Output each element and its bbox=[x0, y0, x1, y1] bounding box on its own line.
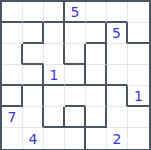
cell-r4c3[interactable]: 1 bbox=[44, 65, 65, 86]
given-digit: 5 bbox=[71, 5, 80, 19]
cell-r5c1[interactable] bbox=[2, 86, 23, 107]
cell-r3c3[interactable] bbox=[44, 44, 65, 65]
given-digit: 1 bbox=[50, 68, 59, 82]
cell-r4c2[interactable] bbox=[23, 65, 44, 86]
cell-r4c6[interactable] bbox=[107, 65, 128, 86]
cell-r6c3[interactable] bbox=[44, 107, 65, 128]
cell-r3c7[interactable] bbox=[128, 44, 149, 65]
cell-r3c5[interactable] bbox=[86, 44, 107, 65]
cell-r2c1[interactable] bbox=[2, 23, 23, 44]
cell-r6c7[interactable] bbox=[128, 107, 149, 128]
cell-r7c1[interactable] bbox=[2, 128, 23, 149]
given-digit: 2 bbox=[113, 132, 122, 146]
cell-r6c2[interactable] bbox=[23, 107, 44, 128]
cell-r2c5[interactable] bbox=[86, 23, 107, 44]
cell-r4c4[interactable] bbox=[65, 65, 86, 86]
puzzle-page: 5511742 bbox=[0, 0, 150, 150]
cell-r5c2[interactable] bbox=[23, 86, 44, 107]
cell-r5c5[interactable] bbox=[86, 86, 107, 107]
cell-r1c1[interactable] bbox=[2, 2, 23, 23]
cell-r7c6[interactable]: 2 bbox=[107, 128, 128, 149]
given-digit: 5 bbox=[112, 26, 121, 40]
cell-r3c6[interactable] bbox=[107, 44, 128, 65]
cell-r1c4[interactable]: 5 bbox=[65, 2, 86, 23]
cell-r1c3[interactable] bbox=[44, 2, 65, 23]
cell-r7c3[interactable] bbox=[44, 128, 65, 149]
cell-r6c1[interactable]: 7 bbox=[2, 107, 23, 128]
cell-r2c6[interactable]: 5 bbox=[107, 23, 128, 44]
cell-r5c7[interactable]: 1 bbox=[128, 86, 149, 107]
cell-r1c6[interactable] bbox=[107, 2, 128, 23]
cell-r4c7[interactable] bbox=[128, 65, 149, 86]
cell-r3c1[interactable] bbox=[2, 44, 23, 65]
cell-r7c2[interactable]: 4 bbox=[23, 128, 44, 149]
given-digit: 7 bbox=[8, 110, 17, 124]
cell-r5c4[interactable] bbox=[65, 86, 86, 107]
cell-r4c5[interactable] bbox=[86, 65, 107, 86]
suguru-board: 5511742 bbox=[0, 0, 151, 150]
cell-r6c6[interactable] bbox=[107, 107, 128, 128]
cell-r4c1[interactable] bbox=[2, 65, 23, 86]
given-digit: 1 bbox=[134, 89, 143, 103]
cell-r6c4[interactable] bbox=[65, 107, 86, 128]
cell-r7c5[interactable] bbox=[86, 128, 107, 149]
cell-r2c4[interactable] bbox=[65, 23, 86, 44]
cell-r1c7[interactable] bbox=[128, 2, 149, 23]
cell-r7c4[interactable] bbox=[65, 128, 86, 149]
cell-r6c5[interactable] bbox=[86, 107, 107, 128]
cell-r3c4[interactable] bbox=[65, 44, 86, 65]
given-digit: 4 bbox=[29, 132, 38, 146]
cell-r3c2[interactable] bbox=[23, 44, 44, 65]
cell-r7c7[interactable] bbox=[128, 128, 149, 149]
cell-r1c2[interactable] bbox=[23, 2, 44, 23]
cell-r2c7[interactable] bbox=[128, 23, 149, 44]
cell-r2c3[interactable] bbox=[44, 23, 65, 44]
cell-r5c3[interactable] bbox=[44, 86, 65, 107]
cell-r1c5[interactable] bbox=[86, 2, 107, 23]
cell-r5c6[interactable] bbox=[107, 86, 128, 107]
cell-r2c2[interactable] bbox=[23, 23, 44, 44]
